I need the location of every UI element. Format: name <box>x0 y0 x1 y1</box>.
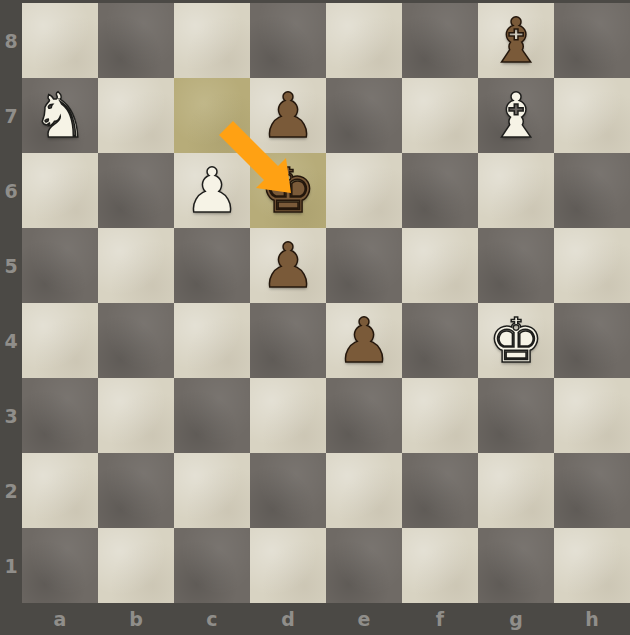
square-h3[interactable] <box>554 378 630 453</box>
piece-white-bishop[interactable]: ♝ <box>478 78 554 153</box>
rank-label-2: 2 <box>0 453 22 528</box>
square-e1[interactable] <box>326 528 402 603</box>
square-h5[interactable] <box>554 228 630 303</box>
file-label-h: h <box>554 603 630 635</box>
square-e8[interactable] <box>326 3 402 78</box>
file-label-d: d <box>250 603 326 635</box>
piece-black-pawn[interactable]: ♟ <box>250 78 326 153</box>
square-e4[interactable]: ♟ <box>326 303 402 378</box>
square-g7[interactable]: ♝ <box>478 78 554 153</box>
square-a7[interactable]: ♞ <box>22 78 98 153</box>
square-b3[interactable] <box>98 378 174 453</box>
rank-labels: 87654321 <box>0 3 22 603</box>
square-e2[interactable] <box>326 453 402 528</box>
piece-black-pawn[interactable]: ♟ <box>250 228 326 303</box>
square-c1[interactable] <box>174 528 250 603</box>
square-g6[interactable] <box>478 153 554 228</box>
square-d5[interactable]: ♟ <box>250 228 326 303</box>
square-a5[interactable] <box>22 228 98 303</box>
rank-label-6: 6 <box>0 153 22 228</box>
square-c6[interactable]: ♟ <box>174 153 250 228</box>
square-g1[interactable] <box>478 528 554 603</box>
square-h7[interactable] <box>554 78 630 153</box>
chess-board: ♝♞♟♝♟♚♟♟♚ <box>22 3 630 603</box>
file-label-c: c <box>174 603 250 635</box>
square-d6[interactable]: ♚ <box>250 153 326 228</box>
rank-label-4: 4 <box>0 303 22 378</box>
square-f2[interactable] <box>402 453 478 528</box>
square-g3[interactable] <box>478 378 554 453</box>
square-a2[interactable] <box>22 453 98 528</box>
square-e5[interactable] <box>326 228 402 303</box>
square-d7[interactable]: ♟ <box>250 78 326 153</box>
piece-white-pawn[interactable]: ♟ <box>174 153 250 228</box>
file-label-a: a <box>22 603 98 635</box>
square-g4[interactable]: ♚ <box>478 303 554 378</box>
piece-white-king[interactable]: ♚ <box>478 303 554 378</box>
square-c3[interactable] <box>174 378 250 453</box>
square-c2[interactable] <box>174 453 250 528</box>
square-h6[interactable] <box>554 153 630 228</box>
square-b8[interactable] <box>98 3 174 78</box>
square-d1[interactable] <box>250 528 326 603</box>
square-g5[interactable] <box>478 228 554 303</box>
square-c5[interactable] <box>174 228 250 303</box>
piece-black-bishop[interactable]: ♝ <box>478 3 554 78</box>
square-e6[interactable] <box>326 153 402 228</box>
square-h1[interactable] <box>554 528 630 603</box>
square-f4[interactable] <box>402 303 478 378</box>
square-f5[interactable] <box>402 228 478 303</box>
rank-label-3: 3 <box>0 378 22 453</box>
square-a6[interactable] <box>22 153 98 228</box>
square-b7[interactable] <box>98 78 174 153</box>
square-f7[interactable] <box>402 78 478 153</box>
file-label-f: f <box>402 603 478 635</box>
piece-black-pawn[interactable]: ♟ <box>326 303 402 378</box>
square-b1[interactable] <box>98 528 174 603</box>
square-c8[interactable] <box>174 3 250 78</box>
square-c7[interactable] <box>174 78 250 153</box>
square-b6[interactable] <box>98 153 174 228</box>
rank-label-1: 1 <box>0 528 22 603</box>
square-g2[interactable] <box>478 453 554 528</box>
square-h8[interactable] <box>554 3 630 78</box>
rank-label-7: 7 <box>0 78 22 153</box>
square-d2[interactable] <box>250 453 326 528</box>
rank-label-5: 5 <box>0 228 22 303</box>
chess-app: 87654321 ♝♞♟♝♟♚♟♟♚ abcdefgh <box>0 0 630 635</box>
square-a8[interactable] <box>22 3 98 78</box>
square-e7[interactable] <box>326 78 402 153</box>
square-f3[interactable] <box>402 378 478 453</box>
square-f8[interactable] <box>402 3 478 78</box>
square-a1[interactable] <box>22 528 98 603</box>
square-a4[interactable] <box>22 303 98 378</box>
square-b5[interactable] <box>98 228 174 303</box>
square-e3[interactable] <box>326 378 402 453</box>
piece-black-king[interactable]: ♚ <box>250 153 326 228</box>
square-h4[interactable] <box>554 303 630 378</box>
square-c4[interactable] <box>174 303 250 378</box>
square-d3[interactable] <box>250 378 326 453</box>
square-g8[interactable]: ♝ <box>478 3 554 78</box>
file-label-g: g <box>478 603 554 635</box>
rank-label-8: 8 <box>0 3 22 78</box>
square-a3[interactable] <box>22 378 98 453</box>
piece-white-knight[interactable]: ♞ <box>22 78 98 153</box>
file-label-b: b <box>98 603 174 635</box>
square-d4[interactable] <box>250 303 326 378</box>
file-label-e: e <box>326 603 402 635</box>
square-f6[interactable] <box>402 153 478 228</box>
square-f1[interactable] <box>402 528 478 603</box>
file-labels: abcdefgh <box>22 603 630 635</box>
square-b4[interactable] <box>98 303 174 378</box>
square-b2[interactable] <box>98 453 174 528</box>
square-d8[interactable] <box>250 3 326 78</box>
square-h2[interactable] <box>554 453 630 528</box>
